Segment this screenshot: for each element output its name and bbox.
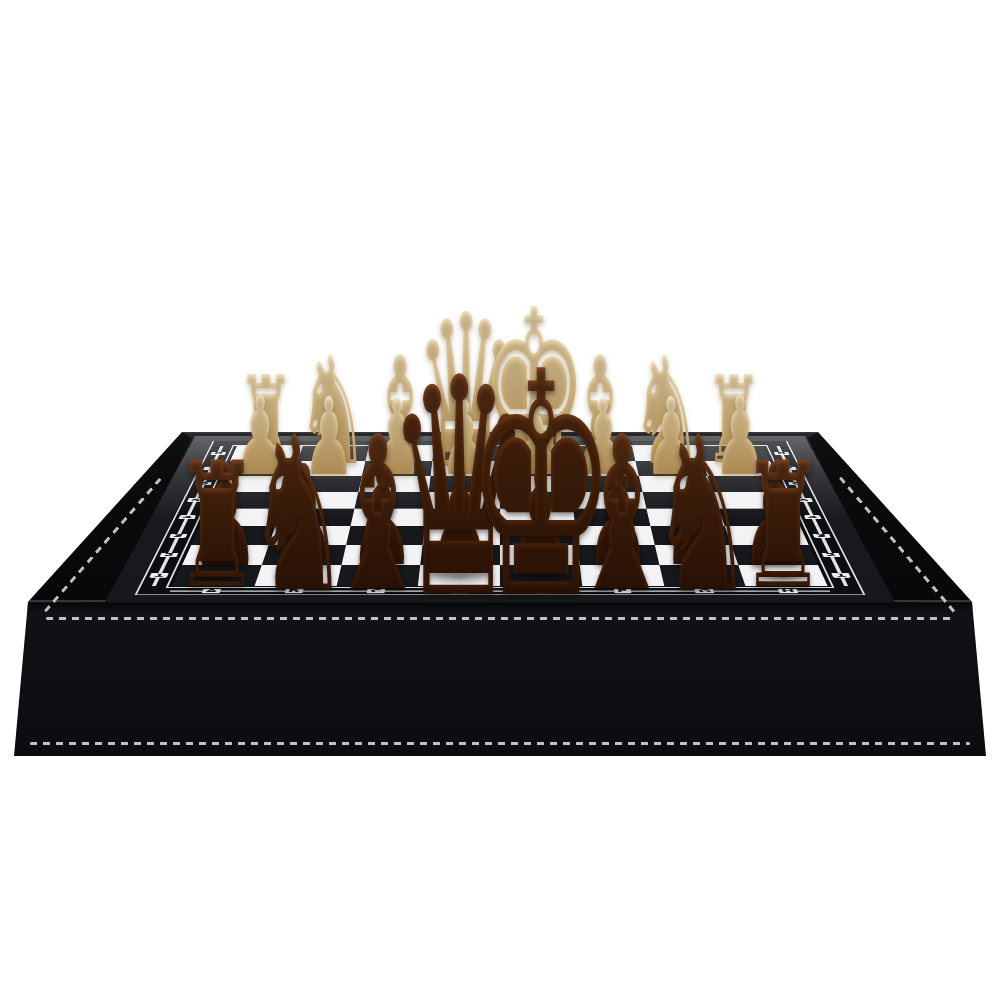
square-b2 xyxy=(262,545,346,565)
file-label-a-back: A xyxy=(263,442,279,445)
file-label-h-front: H xyxy=(778,589,799,594)
square-f4 xyxy=(573,509,650,527)
square-h3 xyxy=(725,526,809,545)
square-g4 xyxy=(646,509,725,527)
square-a3 xyxy=(191,526,275,545)
square-f7 xyxy=(567,461,638,476)
square-a4 xyxy=(200,509,281,527)
file-label-f-front: F xyxy=(614,589,631,594)
product-photo: ABCDEFGH ABCDEFGH 87654321 87654321 ♜♞♝♛… xyxy=(0,0,1000,1000)
square-f8 xyxy=(566,446,635,460)
square-g3 xyxy=(650,526,732,545)
square-b8 xyxy=(298,446,369,460)
rank-label-6-right: 6 xyxy=(788,482,804,485)
rank-label-6-left: 6 xyxy=(196,482,212,485)
rank-label-2-right: 2 xyxy=(822,553,840,557)
file-label-d-back: D xyxy=(460,442,475,445)
square-h8 xyxy=(697,446,769,460)
square-h6 xyxy=(708,476,785,492)
file-label-a-front: A xyxy=(201,589,221,594)
square-c7 xyxy=(362,461,433,476)
square-g8 xyxy=(632,446,703,460)
square-b7 xyxy=(292,461,365,476)
rank-label-2-left: 2 xyxy=(160,553,178,557)
square-f1 xyxy=(579,565,663,586)
square-h2 xyxy=(732,545,818,565)
square-h5 xyxy=(713,492,792,509)
square-e2 xyxy=(500,545,579,565)
squares-grid xyxy=(172,446,827,586)
square-d8 xyxy=(433,446,500,460)
rank-label-5-right: 5 xyxy=(796,498,812,502)
square-f5 xyxy=(571,492,646,509)
square-c2 xyxy=(341,545,423,565)
square-e1 xyxy=(500,565,582,586)
file-label-g-back: G xyxy=(654,442,670,445)
square-f2 xyxy=(577,545,659,565)
square-c1 xyxy=(336,565,420,586)
lid-seam-shadow xyxy=(24,603,976,612)
file-label-b-back: B xyxy=(329,442,344,445)
rank-label-7-right: 7 xyxy=(781,466,797,469)
rank-label-3-right: 3 xyxy=(813,534,831,538)
square-d6 xyxy=(429,476,500,492)
square-b4 xyxy=(275,509,354,527)
rank-label-8-right: 8 xyxy=(774,452,789,455)
square-h4 xyxy=(719,509,800,527)
square-b5 xyxy=(281,492,358,509)
square-c8 xyxy=(365,446,434,460)
square-g5 xyxy=(642,492,719,509)
file-label-g-front: G xyxy=(695,589,715,594)
square-a5 xyxy=(208,492,287,509)
rank-label-7-left: 7 xyxy=(203,466,219,469)
box-back-edge xyxy=(182,431,818,433)
square-c3 xyxy=(346,526,425,545)
square-h1 xyxy=(738,565,827,586)
file-label-e-back: E xyxy=(526,442,539,445)
square-e8 xyxy=(500,446,567,460)
square-e3 xyxy=(500,526,577,545)
square-b1 xyxy=(254,565,341,586)
squares-frame xyxy=(166,445,834,587)
rank-label-1-left: 1 xyxy=(150,573,169,578)
rank-label-1-right: 1 xyxy=(832,573,851,578)
square-c6 xyxy=(358,476,431,492)
square-a8 xyxy=(230,446,302,460)
rank-label-4-right: 4 xyxy=(804,515,821,519)
square-c5 xyxy=(354,492,429,509)
board-coordinates-front: ABCDEFGH xyxy=(168,588,831,595)
rank-label-4-left: 4 xyxy=(179,515,196,519)
square-d7 xyxy=(431,461,500,476)
board-printed-area: ABCDEFGH ABCDEFGH 87654321 87654321 xyxy=(135,441,866,595)
square-d4 xyxy=(425,509,500,527)
stitching-front-top xyxy=(46,617,954,620)
square-g1 xyxy=(659,565,746,586)
square-a6 xyxy=(216,476,293,492)
file-label-b-front: B xyxy=(284,589,303,594)
square-g2 xyxy=(654,545,738,565)
square-d3 xyxy=(423,526,500,545)
square-f6 xyxy=(569,476,642,492)
square-b3 xyxy=(268,526,350,545)
square-h7 xyxy=(702,461,776,476)
rank-label-3-left: 3 xyxy=(170,534,188,538)
chess-board: ABCDEFGH ABCDEFGH 87654321 87654321 xyxy=(105,436,895,602)
file-label-c-front: C xyxy=(367,589,385,594)
square-d1 xyxy=(418,565,500,586)
square-a7 xyxy=(223,461,297,476)
square-e5 xyxy=(500,492,573,509)
file-label-e-front: E xyxy=(533,589,550,594)
square-c4 xyxy=(350,509,427,527)
square-a2 xyxy=(182,545,268,565)
stitching-front-bottom xyxy=(30,742,970,745)
file-label-h-back: H xyxy=(720,442,736,445)
rank-label-5-left: 5 xyxy=(187,498,203,502)
file-label-d-front: D xyxy=(449,589,468,594)
rank-label-8-left: 8 xyxy=(211,452,226,455)
square-f3 xyxy=(575,526,654,545)
square-e4 xyxy=(500,509,575,527)
square-b6 xyxy=(287,476,362,492)
square-d5 xyxy=(427,492,500,509)
square-g7 xyxy=(635,461,708,476)
square-d2 xyxy=(421,545,500,565)
square-g6 xyxy=(638,476,713,492)
square-e6 xyxy=(500,476,571,492)
file-label-c-back: C xyxy=(394,442,408,445)
file-label-f-back: F xyxy=(590,442,604,445)
square-e7 xyxy=(500,461,569,476)
square-a1 xyxy=(172,565,261,586)
